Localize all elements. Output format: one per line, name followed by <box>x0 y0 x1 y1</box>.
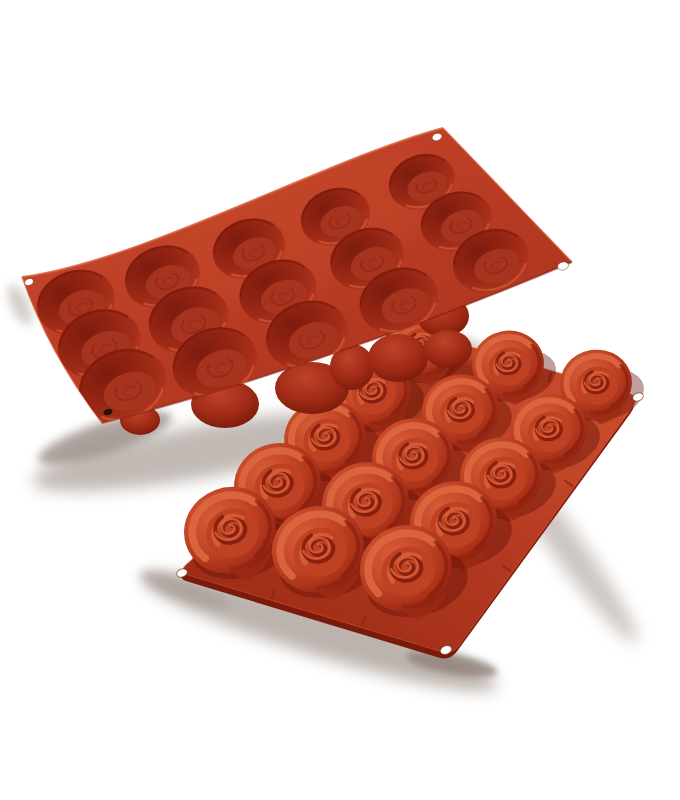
scene-svg <box>0 0 680 800</box>
cavity-back-bump <box>424 330 472 368</box>
product-photo <box>0 0 680 800</box>
cavity-back-bump <box>368 334 428 382</box>
